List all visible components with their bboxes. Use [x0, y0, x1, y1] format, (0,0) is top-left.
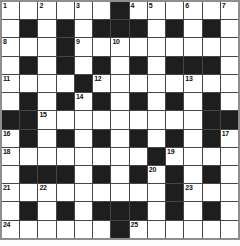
black-cell-r9c1 [20, 166, 37, 183]
white-cell-r6c10[interactable] [184, 111, 201, 128]
white-cell-r8c4[interactable] [75, 148, 92, 165]
white-cell-r11c2[interactable] [38, 202, 55, 219]
white-cell-r9c8[interactable]: 20 [148, 166, 165, 183]
white-cell-r4c9[interactable] [166, 75, 183, 92]
white-cell-r6c5[interactable] [93, 111, 110, 128]
white-cell-r8c12[interactable] [221, 148, 238, 165]
black-cell-r10c9 [166, 184, 183, 201]
black-cell-r5c7 [130, 93, 147, 110]
white-cell-r2c9[interactable] [166, 38, 183, 55]
white-cell-r8c5[interactable] [93, 148, 110, 165]
black-cell-r6c12 [221, 111, 238, 128]
white-cell-r8c9[interactable]: 19 [166, 148, 183, 165]
white-cell-r8c1[interactable] [20, 148, 37, 165]
black-cell-r6c1 [20, 111, 37, 128]
clue-number-1: 1 [3, 2, 7, 10]
white-cell-r12c7[interactable]: 25 [130, 221, 147, 238]
white-cell-r7c0[interactable]: 16 [2, 130, 19, 147]
white-cell-r0c10[interactable]: 6 [184, 2, 201, 19]
white-cell-r10c2[interactable]: 22 [38, 184, 55, 201]
white-cell-r0c2[interactable]: 2 [38, 2, 55, 19]
clue-number-17: 17 [222, 130, 229, 138]
clue-number-14: 14 [76, 93, 83, 101]
white-cell-r0c1[interactable] [20, 2, 37, 19]
clue-number-4: 4 [131, 2, 135, 10]
white-cell-r7c4[interactable] [75, 130, 92, 147]
black-cell-r7c1 [20, 130, 37, 147]
black-cell-r1c9 [166, 20, 183, 37]
white-cell-r8c7[interactable] [130, 148, 147, 165]
white-cell-r0c0[interactable]: 1 [2, 2, 19, 19]
black-cell-r5c11 [203, 93, 220, 110]
white-cell-r8c10[interactable] [184, 148, 201, 165]
white-cell-r12c8[interactable] [148, 221, 165, 238]
white-cell-r9c4[interactable] [75, 166, 92, 183]
white-cell-r10c7[interactable] [130, 184, 147, 201]
clue-number-3: 3 [76, 2, 80, 10]
white-cell-r11c12[interactable] [221, 202, 238, 219]
white-cell-r10c4[interactable] [75, 184, 92, 201]
white-cell-r6c3[interactable] [57, 111, 74, 128]
white-cell-r12c0[interactable]: 24 [2, 221, 19, 238]
black-cell-r5c1 [20, 93, 37, 110]
white-cell-r4c5[interactable]: 12 [93, 75, 110, 92]
white-cell-r5c0[interactable] [2, 93, 19, 110]
white-cell-r12c10[interactable] [184, 221, 201, 238]
clue-number-15: 15 [39, 111, 46, 119]
white-cell-r2c11[interactable] [203, 38, 220, 55]
white-cell-r6c6[interactable] [111, 111, 128, 128]
crossword-grid: 1234567891011121314151617181920212223242… [2, 2, 238, 238]
clue-number-6: 6 [185, 2, 189, 10]
clue-number-19: 19 [167, 148, 174, 156]
white-cell-r2c12[interactable] [221, 38, 238, 55]
white-cell-r6c8[interactable] [148, 111, 165, 128]
black-cell-r7c3 [57, 130, 74, 147]
black-cell-r9c5 [93, 166, 110, 183]
clue-number-12: 12 [94, 75, 101, 83]
white-cell-r1c2[interactable] [38, 20, 55, 37]
white-cell-r11c8[interactable] [148, 202, 165, 219]
clue-number-18: 18 [3, 148, 10, 156]
white-cell-r10c0[interactable]: 21 [2, 184, 19, 201]
white-cell-r7c2[interactable] [38, 130, 55, 147]
white-cell-r10c1[interactable] [20, 184, 37, 201]
black-cell-r1c11 [203, 20, 220, 37]
white-cell-r1c10[interactable] [184, 20, 201, 37]
clue-number-7: 7 [222, 2, 226, 10]
white-cell-r4c0[interactable]: 11 [2, 75, 19, 92]
white-cell-r4c12[interactable] [221, 75, 238, 92]
black-cell-r5c3 [57, 93, 74, 110]
white-cell-r6c9[interactable] [166, 111, 183, 128]
white-cell-r8c3[interactable] [57, 148, 74, 165]
black-cell-r7c11 [203, 130, 220, 147]
white-cell-r5c6[interactable] [111, 93, 128, 110]
white-cell-r3c6[interactable] [111, 57, 128, 74]
white-cell-r4c3[interactable] [57, 75, 74, 92]
white-cell-r3c0[interactable] [2, 57, 19, 74]
black-cell-r0c6 [111, 2, 128, 19]
white-cell-r4c6[interactable] [111, 75, 128, 92]
white-cell-r0c7[interactable]: 4 [130, 2, 147, 19]
white-cell-r6c4[interactable] [75, 111, 92, 128]
black-cell-r11c9 [166, 202, 183, 219]
white-cell-r12c2[interactable] [38, 221, 55, 238]
white-cell-r12c4[interactable] [75, 221, 92, 238]
clue-number-16: 16 [3, 130, 10, 138]
clue-number-9: 9 [76, 38, 80, 46]
white-cell-r0c3[interactable] [57, 2, 74, 19]
white-cell-r4c11[interactable] [203, 75, 220, 92]
white-cell-r2c2[interactable] [38, 38, 55, 55]
black-cell-r2c3 [57, 38, 74, 55]
clue-number-25: 25 [131, 221, 138, 229]
black-cell-r3c7 [130, 57, 147, 74]
black-cell-r3c9 [166, 57, 183, 74]
white-cell-r6c7[interactable] [130, 111, 147, 128]
white-cell-r0c9[interactable] [166, 2, 183, 19]
black-cell-r4c4 [75, 75, 92, 92]
black-cell-r11c3 [57, 202, 74, 219]
clue-number-5: 5 [149, 2, 153, 10]
white-cell-r2c0[interactable]: 8 [2, 38, 19, 55]
black-cell-r3c11 [203, 57, 220, 74]
white-cell-r9c6[interactable] [111, 166, 128, 183]
black-cell-r12c6 [111, 221, 128, 238]
white-cell-r3c12[interactable] [221, 57, 238, 74]
black-cell-r7c9 [166, 130, 183, 147]
white-cell-r8c0[interactable]: 18 [2, 148, 19, 165]
white-cell-r10c11[interactable] [203, 184, 220, 201]
white-cell-r9c0[interactable] [2, 166, 19, 183]
black-cell-r9c2 [38, 166, 55, 183]
black-cell-r6c0 [2, 111, 19, 128]
white-cell-r8c6[interactable] [111, 148, 128, 165]
black-cell-r7c5 [93, 130, 110, 147]
white-cell-r2c8[interactable] [148, 38, 165, 55]
black-cell-r11c5 [93, 202, 110, 219]
white-cell-r2c10[interactable] [184, 38, 201, 55]
white-cell-r12c3[interactable] [57, 221, 74, 238]
white-cell-r8c2[interactable] [38, 148, 55, 165]
white-cell-r9c12[interactable] [221, 166, 238, 183]
black-cell-r1c6 [111, 20, 128, 37]
white-cell-r0c12[interactable]: 7 [221, 2, 238, 19]
white-cell-r4c2[interactable] [38, 75, 55, 92]
black-cell-r1c1 [20, 20, 37, 37]
clue-number-20: 20 [149, 166, 156, 174]
black-cell-r5c5 [93, 93, 110, 110]
white-cell-r1c4[interactable] [75, 20, 92, 37]
white-cell-r7c8[interactable] [148, 130, 165, 147]
white-cell-r4c1[interactable] [20, 75, 37, 92]
white-cell-r12c1[interactable] [20, 221, 37, 238]
black-cell-r9c9 [166, 166, 183, 183]
white-cell-r2c7[interactable] [130, 38, 147, 55]
white-cell-r8c11[interactable] [203, 148, 220, 165]
black-cell-r3c1 [20, 57, 37, 74]
white-cell-r10c3[interactable] [57, 184, 74, 201]
white-cell-r12c5[interactable] [93, 221, 110, 238]
white-cell-r2c5[interactable] [93, 38, 110, 55]
white-cell-r2c1[interactable] [20, 38, 37, 55]
white-cell-r6c2[interactable]: 15 [38, 111, 55, 128]
white-cell-r0c5[interactable] [93, 2, 110, 19]
white-cell-r10c10[interactable]: 23 [184, 184, 201, 201]
black-cell-r3c5 [93, 57, 110, 74]
white-cell-r11c0[interactable] [2, 202, 19, 219]
white-cell-r5c8[interactable] [148, 93, 165, 110]
white-cell-r1c8[interactable] [148, 20, 165, 37]
clue-number-23: 23 [185, 184, 192, 192]
white-cell-r10c12[interactable] [221, 184, 238, 201]
black-cell-r8c8 [148, 148, 165, 165]
white-cell-r9c10[interactable] [184, 166, 201, 183]
black-cell-r6c11 [203, 111, 220, 128]
white-cell-r5c2[interactable] [38, 93, 55, 110]
clue-number-11: 11 [3, 75, 10, 83]
white-cell-r1c0[interactable] [2, 20, 19, 37]
white-cell-r5c4[interactable]: 14 [75, 93, 92, 110]
white-cell-r4c10[interactable]: 13 [184, 75, 201, 92]
clue-number-2: 2 [39, 2, 43, 10]
white-cell-r5c10[interactable] [184, 93, 201, 110]
black-cell-r9c7 [130, 166, 147, 183]
black-cell-r11c6 [111, 202, 128, 219]
black-cell-r1c5 [93, 20, 110, 37]
black-cell-r9c11 [203, 166, 220, 183]
white-cell-r2c6[interactable]: 10 [111, 38, 128, 55]
white-cell-r0c8[interactable]: 5 [148, 2, 165, 19]
white-cell-r11c10[interactable] [184, 202, 201, 219]
black-cell-r11c7 [130, 202, 147, 219]
white-cell-r11c4[interactable] [75, 202, 92, 219]
white-cell-r10c5[interactable] [93, 184, 110, 201]
white-cell-r12c11[interactable] [203, 221, 220, 238]
white-cell-r0c4[interactable]: 3 [75, 2, 92, 19]
black-cell-r11c1 [20, 202, 37, 219]
clue-number-10: 10 [112, 38, 119, 46]
black-cell-r3c3 [57, 57, 74, 74]
black-cell-r9c3 [57, 166, 74, 183]
white-cell-r10c8[interactable] [148, 184, 165, 201]
white-cell-r7c12[interactable]: 17 [221, 130, 238, 147]
black-cell-r11c11 [203, 202, 220, 219]
white-cell-r3c8[interactable] [148, 57, 165, 74]
clue-number-22: 22 [39, 184, 46, 192]
clue-number-13: 13 [185, 75, 192, 83]
white-cell-r4c7[interactable] [130, 75, 147, 92]
white-cell-r7c10[interactable] [184, 130, 201, 147]
black-cell-r7c7 [130, 130, 147, 147]
black-cell-r1c3 [57, 20, 74, 37]
white-cell-r1c12[interactable] [221, 20, 238, 37]
white-cell-r0c11[interactable] [203, 2, 220, 19]
white-cell-r12c9[interactable] [166, 221, 183, 238]
white-cell-r2c4[interactable]: 9 [75, 38, 92, 55]
clue-number-24: 24 [3, 221, 10, 229]
crossword-page: 1234567891011121314151617181920212223242… [0, 0, 240, 246]
crossword-board-frame: 1234567891011121314151617181920212223242… [0, 0, 240, 240]
black-cell-r3c10 [184, 57, 201, 74]
white-cell-r4c8[interactable] [148, 75, 165, 92]
black-cell-r1c7 [130, 20, 147, 37]
black-cell-r5c9 [166, 93, 183, 110]
white-cell-r10c6[interactable] [111, 184, 128, 201]
clue-number-8: 8 [3, 38, 7, 46]
white-cell-r3c4[interactable] [75, 57, 92, 74]
white-cell-r3c2[interactable] [38, 57, 55, 74]
white-cell-r5c12[interactable] [221, 93, 238, 110]
white-cell-r12c12[interactable] [221, 221, 238, 238]
clue-number-21: 21 [3, 184, 10, 192]
white-cell-r7c6[interactable] [111, 130, 128, 147]
